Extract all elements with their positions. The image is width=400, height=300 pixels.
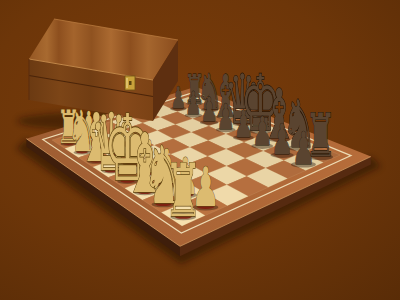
piece-glyph: ♜	[164, 149, 202, 233]
box-clasp-keyhole	[129, 81, 132, 85]
piece-glyph: ♟	[292, 122, 315, 175]
piece-black-pawn-b7: ♟	[185, 85, 202, 122]
piece-glyph: ♟	[271, 115, 293, 164]
piece-black-pawn-f7: ♟	[251, 108, 273, 154]
piece-black-pawn-h7: ♟	[291, 122, 316, 175]
piece-black-pawn-g7: ♟	[270, 115, 293, 164]
piece-black-pawn-c7: ♟	[200, 91, 218, 129]
piece-black-pawn-e7: ♟	[233, 102, 254, 145]
piece-glyph: ♟	[185, 85, 201, 122]
piece-white-rook-h1: ♜	[164, 149, 202, 233]
piece-black-pawn-d7: ♟	[216, 96, 236, 138]
piece-glyph: ♟	[252, 108, 273, 154]
piece-glyph: ♟	[217, 96, 235, 138]
piece-glyph: ♟	[200, 91, 217, 129]
piece-glyph: ♟	[234, 102, 253, 145]
chess-set-photo-scene: ♜♟♞♟♝♟♛♟♚♟♟♝♜♟♟♞♞♟♟♜♝♟♟♛♟♚♟♝♟♞♟♜	[0, 0, 400, 300]
piece-black-pawn-a7: ♟	[170, 80, 187, 115]
piece-glyph: ♟	[171, 80, 187, 115]
chess-board-photo: ♜♟♞♟♝♟♛♟♚♟♟♝♜♟♟♞♞♟♟♜♝♟♟♛♟♚♟♝♟♞♟♜	[0, 0, 400, 300]
